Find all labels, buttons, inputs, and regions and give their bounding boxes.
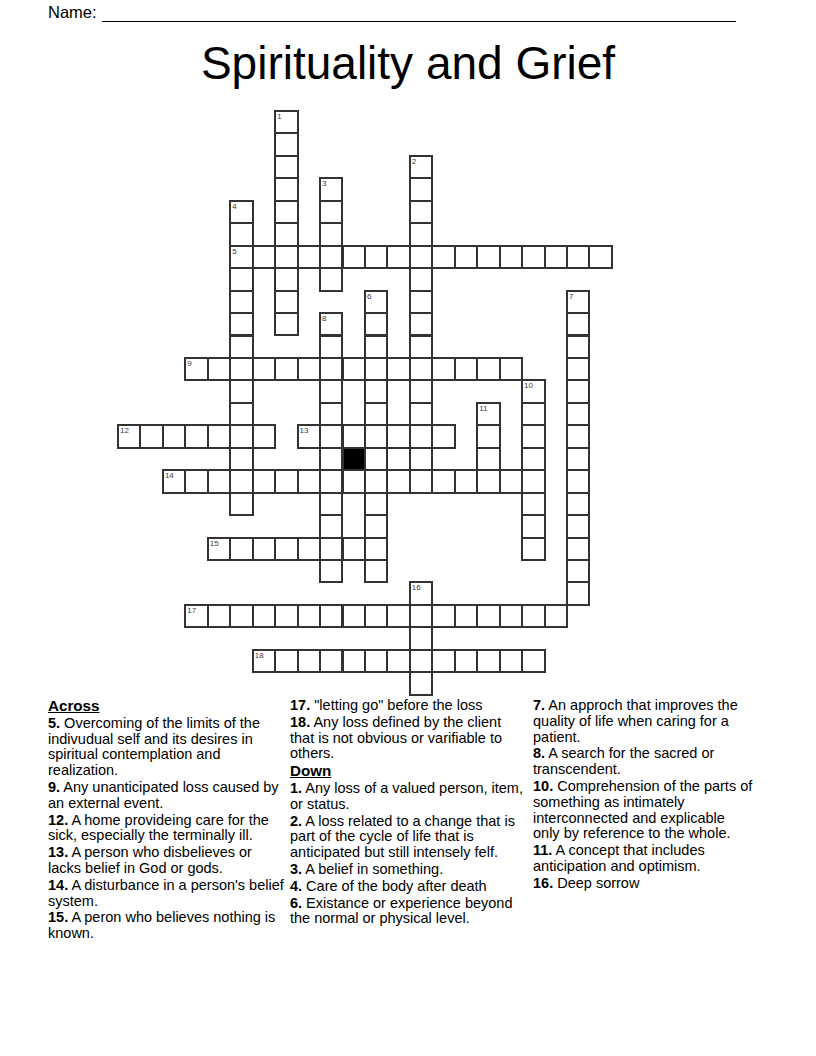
clue-list-header-across: Across xyxy=(48,698,285,714)
grid-cell[interactable] xyxy=(342,649,366,673)
grid-cell[interactable] xyxy=(207,424,231,448)
grid-cell[interactable] xyxy=(566,537,590,561)
grid-cell[interactable] xyxy=(319,402,343,426)
grid-cell[interactable] xyxy=(566,402,590,426)
clue-number: 9. xyxy=(48,779,60,795)
grid-cell[interactable] xyxy=(342,469,366,493)
grid-cell[interactable] xyxy=(274,537,298,561)
grid-cell[interactable] xyxy=(274,132,298,156)
grid-cell[interactable] xyxy=(229,402,253,426)
clue-number: 11. xyxy=(533,842,552,858)
grid-cell[interactable] xyxy=(521,424,545,448)
grid-cell[interactable] xyxy=(207,469,231,493)
grid-cell[interactable] xyxy=(566,379,590,403)
clue-11: 11. A concept that includes anticipation… xyxy=(533,843,755,875)
grid-cell[interactable] xyxy=(274,245,298,269)
grid-cell[interactable] xyxy=(588,245,612,269)
clue-list-header-down: Down xyxy=(290,763,527,779)
grid-cell[interactable] xyxy=(499,357,523,381)
grid-cell[interactable] xyxy=(364,312,388,336)
grid-cell[interactable] xyxy=(274,155,298,179)
grid-cell[interactable] xyxy=(566,492,590,516)
grid-cell[interactable] xyxy=(409,222,433,246)
grid-cell[interactable] xyxy=(521,402,545,426)
grid-cell[interactable] xyxy=(476,604,500,628)
grid-cell[interactable] xyxy=(252,469,276,493)
grid-cell[interactable] xyxy=(566,335,590,359)
grid-cell[interactable] xyxy=(566,245,590,269)
clue-number: 15. xyxy=(48,909,68,925)
clue-number: 2. xyxy=(290,813,302,829)
grid-cell[interactable] xyxy=(409,312,433,336)
clue-18: 18. Any loss defined by the client that … xyxy=(290,715,527,762)
grid-cell[interactable] xyxy=(521,649,545,673)
clue-number: 14. xyxy=(48,877,68,893)
grid-cell[interactable] xyxy=(229,604,253,628)
grid-cell[interactable] xyxy=(364,649,388,673)
grid-cell[interactable] xyxy=(409,335,433,359)
cell-number-13: 13 xyxy=(300,426,309,435)
grid-cell[interactable] xyxy=(319,267,343,291)
grid-cell[interactable] xyxy=(319,492,343,516)
grid-cell[interactable] xyxy=(386,357,410,381)
grid-cell[interactable] xyxy=(566,424,590,448)
grid-cell[interactable] xyxy=(319,447,343,471)
grid-cell[interactable] xyxy=(431,469,455,493)
grid-cell[interactable] xyxy=(544,604,568,628)
grid-cell[interactable] xyxy=(521,245,545,269)
cell-number-8: 8 xyxy=(322,314,326,323)
grid-cell[interactable] xyxy=(386,424,410,448)
grid-cell[interactable] xyxy=(297,649,321,673)
grid-cell[interactable] xyxy=(521,469,545,493)
clue-number: 3. xyxy=(290,861,302,877)
grid-cell[interactable] xyxy=(274,649,298,673)
grid-cell[interactable] xyxy=(319,200,343,224)
cell-number-3: 3 xyxy=(322,179,326,188)
grid-cell[interactable] xyxy=(409,357,433,381)
grid-cell[interactable] xyxy=(184,469,208,493)
grid-cell[interactable] xyxy=(342,245,366,269)
grid-cell[interactable] xyxy=(229,267,253,291)
clue-8: 8. A search for the sacred or transcende… xyxy=(533,746,755,778)
grid-cell[interactable] xyxy=(386,469,410,493)
grid-cell[interactable] xyxy=(229,335,253,359)
clue-17: 17. "letting go" before the loss xyxy=(290,698,527,714)
clue-12: 12. A home provideing care for the sick,… xyxy=(48,813,285,845)
grid-cell[interactable] xyxy=(364,424,388,448)
grid-cell[interactable] xyxy=(319,424,343,448)
grid-cell[interactable] xyxy=(409,626,433,650)
clue-number: 17. xyxy=(290,697,310,713)
cell-number-14: 14 xyxy=(165,471,174,480)
clue-15: 15. A peron who believes nothing is know… xyxy=(48,910,285,942)
name-field: Name: xyxy=(48,3,736,22)
grid-cell[interactable] xyxy=(521,604,545,628)
grid-cell[interactable] xyxy=(319,379,343,403)
cell-number-10: 10 xyxy=(524,381,533,390)
grid-cell[interactable] xyxy=(297,357,321,381)
grid-cell[interactable] xyxy=(364,402,388,426)
grid-cell[interactable] xyxy=(566,581,590,605)
grid-cell[interactable] xyxy=(499,649,523,673)
grid-cell[interactable] xyxy=(409,649,433,673)
cell-number-12: 12 xyxy=(120,426,129,435)
grid-cell[interactable] xyxy=(274,200,298,224)
clue-number: 1. xyxy=(290,780,302,796)
clue-2: 2. A loss related to a change that is pa… xyxy=(290,814,527,861)
cell-number-1: 1 xyxy=(277,112,281,121)
grid-cell[interactable] xyxy=(409,402,433,426)
grid-cell[interactable] xyxy=(364,559,388,583)
grid-cell[interactable] xyxy=(476,245,500,269)
grid-cell[interactable] xyxy=(476,649,500,673)
grid-cell[interactable] xyxy=(229,379,253,403)
grid-cell[interactable] xyxy=(409,469,433,493)
worksheet-page: Name: Spirituality and Grief 12345678910… xyxy=(0,0,816,1056)
cell-number-16: 16 xyxy=(412,583,421,592)
clue-number: 18. xyxy=(290,714,310,730)
grid-cell[interactable] xyxy=(454,357,478,381)
cell-number-17: 17 xyxy=(187,606,196,615)
grid-cell[interactable] xyxy=(499,245,523,269)
clue-16: 16. Deep sorrow xyxy=(533,876,755,892)
grid-cell[interactable] xyxy=(342,357,366,381)
grid-cell[interactable] xyxy=(386,604,410,628)
grid-cell[interactable] xyxy=(319,335,343,359)
grid-cell[interactable] xyxy=(409,267,433,291)
grid-cell[interactable] xyxy=(319,514,343,538)
grid-cell[interactable] xyxy=(476,357,500,381)
clue-3: 3. A belief in something. xyxy=(290,862,527,878)
grid-cell[interactable] xyxy=(319,537,343,561)
grid-cell[interactable] xyxy=(364,379,388,403)
grid-cell[interactable] xyxy=(342,604,366,628)
grid-cell[interactable] xyxy=(319,357,343,381)
grid-cell[interactable] xyxy=(139,424,163,448)
clue-number: 10. xyxy=(533,778,553,794)
clue-5: 5. Overcoming of the limits of the indiv… xyxy=(48,716,285,779)
clue-7: 7. An approch that improves the quality … xyxy=(533,698,755,745)
grid-cell[interactable] xyxy=(566,312,590,336)
grid-cell[interactable] xyxy=(364,357,388,381)
name-label: Name: xyxy=(48,3,97,22)
grid-cell[interactable] xyxy=(476,469,500,493)
grid-cell[interactable] xyxy=(207,357,231,381)
grid-cell[interactable] xyxy=(364,447,388,471)
grid-cell[interactable] xyxy=(364,469,388,493)
clue-1: 1. Any loss of a valued person, item, or… xyxy=(290,781,527,813)
crossword-grid: 123456789101112131415161718 xyxy=(117,110,613,696)
clue-column-2: 17. "letting go" before the loss18. Any … xyxy=(290,698,527,928)
clue-number: 4. xyxy=(290,878,302,894)
grid-cell[interactable] xyxy=(319,222,343,246)
grid-cell[interactable] xyxy=(409,447,433,471)
grid-cell[interactable] xyxy=(319,559,343,583)
clue-column-1: Across5. Overcoming of the limits of the… xyxy=(48,698,285,943)
grid-cell[interactable] xyxy=(386,649,410,673)
grid-cell[interactable] xyxy=(252,537,276,561)
grid-cell[interactable] xyxy=(409,604,433,628)
cell-number-4: 4 xyxy=(232,202,236,211)
grid-cell[interactable] xyxy=(409,200,433,224)
grid-cell[interactable] xyxy=(274,357,298,381)
grid-cell[interactable] xyxy=(431,604,455,628)
grid-cell[interactable] xyxy=(566,357,590,381)
grid-cell[interactable] xyxy=(319,245,343,269)
grid-cell[interactable] xyxy=(431,649,455,673)
cell-number-2: 2 xyxy=(412,157,416,166)
grid-cell[interactable] xyxy=(476,424,500,448)
clue-number: 16. xyxy=(533,875,553,891)
grid-cell[interactable] xyxy=(319,604,343,628)
grid-cell[interactable] xyxy=(386,245,410,269)
clue-number: 6. xyxy=(290,895,302,911)
grid-cell[interactable] xyxy=(252,245,276,269)
grid-cell[interactable] xyxy=(409,424,433,448)
grid-cell[interactable] xyxy=(319,469,343,493)
grid-cell[interactable] xyxy=(162,424,186,448)
grid-cell[interactable] xyxy=(409,290,433,314)
grid-cell[interactable] xyxy=(274,267,298,291)
grid-cell[interactable] xyxy=(409,177,433,201)
grid-cell[interactable] xyxy=(252,357,276,381)
clue-14: 14. A disturbance in a person's belief s… xyxy=(48,878,285,910)
clue-number: 8. xyxy=(533,745,545,761)
grid-cell[interactable] xyxy=(409,671,433,695)
grid-cell[interactable] xyxy=(454,604,478,628)
grid-cell[interactable] xyxy=(229,424,253,448)
grid-cell[interactable] xyxy=(566,514,590,538)
grid-cell[interactable] xyxy=(342,537,366,561)
clue-number: 5. xyxy=(48,715,60,731)
cell-number-9: 9 xyxy=(187,359,191,368)
grid-cell[interactable] xyxy=(454,469,478,493)
grid-cell[interactable] xyxy=(499,604,523,628)
cell-number-11: 11 xyxy=(479,404,487,413)
cell-number-18: 18 xyxy=(255,651,264,660)
grid-cell[interactable] xyxy=(252,424,276,448)
grid-cell[interactable] xyxy=(364,245,388,269)
grid-cell[interactable] xyxy=(252,604,276,628)
black-cell xyxy=(342,447,366,471)
grid-cell[interactable] xyxy=(319,649,343,673)
grid-cell[interactable] xyxy=(274,312,298,336)
grid-cell[interactable] xyxy=(431,424,455,448)
cell-number-7: 7 xyxy=(569,292,573,301)
grid-cell[interactable] xyxy=(544,245,568,269)
grid-cell[interactable] xyxy=(184,424,208,448)
clue-number: 7. xyxy=(533,697,545,713)
clue-number: 13. xyxy=(48,844,68,860)
grid-cell[interactable] xyxy=(364,604,388,628)
grid-cell[interactable] xyxy=(274,177,298,201)
grid-cell[interactable] xyxy=(229,312,253,336)
grid-cell[interactable] xyxy=(566,559,590,583)
grid-cell[interactable] xyxy=(274,469,298,493)
clue-13: 13. A person who disbelieves or lacks be… xyxy=(48,845,285,877)
grid-cell[interactable] xyxy=(364,335,388,359)
grid-cell[interactable] xyxy=(454,245,478,269)
grid-cell[interactable] xyxy=(409,245,433,269)
grid-cell[interactable] xyxy=(431,245,455,269)
grid-cell[interactable] xyxy=(342,424,366,448)
grid-cell[interactable] xyxy=(521,537,545,561)
grid-cell[interactable] xyxy=(364,537,388,561)
grid-cell[interactable] xyxy=(229,537,253,561)
grid-cell[interactable] xyxy=(409,379,433,403)
grid-cell[interactable] xyxy=(521,514,545,538)
clue-number: 12. xyxy=(48,812,68,828)
page-title: Spirituality and Grief xyxy=(0,36,816,90)
grid-cell[interactable] xyxy=(297,245,321,269)
cell-number-5: 5 xyxy=(232,247,236,256)
clue-9: 9. Any unanticipated loss caused by an e… xyxy=(48,780,285,812)
grid-cell[interactable] xyxy=(566,447,590,471)
cell-number-6: 6 xyxy=(367,292,371,301)
grid-cell[interactable] xyxy=(364,514,388,538)
grid-cell[interactable] xyxy=(229,290,253,314)
grid-cell[interactable] xyxy=(364,492,388,516)
name-blank-line[interactable] xyxy=(102,4,736,22)
grid-cell[interactable] xyxy=(229,357,253,381)
grid-cell[interactable] xyxy=(297,469,321,493)
clue-6: 6. Existance or experience beyond the no… xyxy=(290,896,527,928)
clue-4: 4. Care of the body after death xyxy=(290,879,527,895)
grid-cell[interactable] xyxy=(229,492,253,516)
grid-cell[interactable] xyxy=(274,290,298,314)
grid-cell[interactable] xyxy=(566,469,590,493)
grid-cell[interactable] xyxy=(207,604,231,628)
grid-cell[interactable] xyxy=(229,447,253,471)
grid-cell[interactable] xyxy=(454,649,478,673)
clue-10: 10. Comprehension of the parts of someth… xyxy=(533,779,755,842)
grid-cell[interactable] xyxy=(521,492,545,516)
grid-cell[interactable] xyxy=(431,357,455,381)
grid-cell[interactable] xyxy=(297,604,321,628)
grid-cell[interactable] xyxy=(229,469,253,493)
grid-cell[interactable] xyxy=(229,222,253,246)
grid-cell[interactable] xyxy=(297,537,321,561)
grid-cell[interactable] xyxy=(476,447,500,471)
clue-column-3: 7. An approch that improves the quality … xyxy=(533,698,755,893)
grid-cell[interactable] xyxy=(274,222,298,246)
grid-cell[interactable] xyxy=(521,447,545,471)
grid-cell[interactable] xyxy=(499,469,523,493)
grid-cell[interactable] xyxy=(274,604,298,628)
cell-number-15: 15 xyxy=(210,539,219,548)
